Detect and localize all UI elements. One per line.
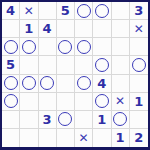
circle-mark-icon	[77, 76, 91, 90]
cell-r4c7[interactable]	[112, 56, 130, 74]
cell-r3c1[interactable]	[2, 38, 20, 56]
circle-mark-icon	[95, 4, 109, 18]
cell-r1c5[interactable]	[75, 2, 93, 20]
cell-r8c2[interactable]	[20, 129, 38, 147]
given-digit: 3	[134, 4, 143, 17]
cross-mark-icon: ✕	[24, 5, 34, 17]
cell-r5c2[interactable]	[20, 75, 38, 93]
cell-r7c5[interactable]	[75, 111, 93, 129]
cell-r3c4[interactable]	[57, 38, 75, 56]
cell-r3c7[interactable]	[112, 38, 130, 56]
cell-r1c8[interactable]: 3	[130, 2, 148, 20]
cell-r3c2[interactable]	[20, 38, 38, 56]
cell-r3c6[interactable]	[93, 38, 111, 56]
given-digit: 1	[24, 22, 33, 35]
puzzle-board: 4✕5314✕54✕131✕12	[0, 0, 150, 150]
cell-r5c7[interactable]	[112, 75, 130, 93]
cell-r2c8[interactable]: ✕	[130, 20, 148, 38]
given-digit: 2	[134, 131, 143, 144]
circle-mark-icon	[95, 58, 109, 72]
cell-r8c3[interactable]	[39, 129, 57, 147]
cell-r6c6[interactable]	[93, 93, 111, 111]
cell-r6c4[interactable]	[57, 93, 75, 111]
cell-r5c6[interactable]: 4	[93, 75, 111, 93]
cell-r4c4[interactable]	[57, 56, 75, 74]
cell-r6c7[interactable]: ✕	[112, 93, 130, 111]
cell-r8c4[interactable]	[57, 129, 75, 147]
cell-r1c2[interactable]: ✕	[20, 2, 38, 20]
given-digit: 4	[97, 77, 106, 90]
cell-r8c8[interactable]: 2	[130, 129, 148, 147]
cell-r6c2[interactable]	[20, 93, 38, 111]
cell-r6c1[interactable]	[2, 93, 20, 111]
circle-mark-icon	[40, 76, 54, 90]
cross-mark-icon: ✕	[79, 132, 89, 144]
cross-mark-icon: ✕	[115, 95, 125, 107]
circle-mark-icon	[77, 40, 91, 54]
circle-mark-icon	[58, 40, 72, 54]
cell-r7c4[interactable]	[57, 111, 75, 129]
cell-r5c4[interactable]	[57, 75, 75, 93]
given-digit: 4	[6, 4, 15, 17]
circle-mark-icon	[77, 4, 91, 18]
cell-r1c7[interactable]	[112, 2, 130, 20]
cell-r2c2[interactable]: 1	[20, 20, 38, 38]
circle-mark-icon	[4, 40, 18, 54]
cell-r4c3[interactable]	[39, 56, 57, 74]
cell-r2c1[interactable]	[2, 20, 20, 38]
circle-mark-icon	[22, 76, 36, 90]
cell-r6c8[interactable]: 1	[130, 93, 148, 111]
cell-r8c7[interactable]: 1	[112, 129, 130, 147]
cell-r6c3[interactable]	[39, 93, 57, 111]
cell-r7c8[interactable]	[130, 111, 148, 129]
circle-mark-icon	[95, 94, 109, 108]
cell-r2c4[interactable]	[57, 20, 75, 38]
cell-r4c8[interactable]	[130, 56, 148, 74]
cell-r1c1[interactable]: 4	[2, 2, 20, 20]
cell-r1c3[interactable]	[39, 2, 57, 20]
cell-r2c3[interactable]: 4	[39, 20, 57, 38]
cell-r2c6[interactable]	[93, 20, 111, 38]
circle-mark-icon	[4, 76, 18, 90]
cell-r7c3[interactable]: 3	[39, 111, 57, 129]
cell-r1c6[interactable]	[93, 2, 111, 20]
cell-r3c8[interactable]	[130, 38, 148, 56]
circle-mark-icon	[113, 112, 127, 126]
given-digit: 1	[97, 113, 106, 126]
given-digit: 1	[134, 95, 143, 108]
circle-mark-icon	[4, 94, 18, 108]
cell-r2c7[interactable]	[112, 20, 130, 38]
cell-r4c6[interactable]	[93, 56, 111, 74]
given-digit: 5	[61, 4, 70, 17]
cell-r8c5[interactable]: ✕	[75, 129, 93, 147]
given-digit: 5	[6, 58, 15, 71]
cell-r4c2[interactable]	[20, 56, 38, 74]
cell-r3c3[interactable]	[39, 38, 57, 56]
cell-r6c5[interactable]	[75, 93, 93, 111]
circle-mark-icon	[58, 112, 72, 126]
cell-r5c1[interactable]	[2, 75, 20, 93]
cell-r5c8[interactable]	[130, 75, 148, 93]
cell-r5c3[interactable]	[39, 75, 57, 93]
cell-r1c4[interactable]: 5	[57, 2, 75, 20]
circle-mark-icon	[22, 40, 36, 54]
given-digit: 3	[43, 113, 52, 126]
cell-r4c5[interactable]	[75, 56, 93, 74]
cell-r3c5[interactable]	[75, 38, 93, 56]
cell-r7c1[interactable]	[2, 111, 20, 129]
cell-r7c2[interactable]	[20, 111, 38, 129]
cell-r5c5[interactable]	[75, 75, 93, 93]
cell-r7c6[interactable]: 1	[93, 111, 111, 129]
cell-r8c6[interactable]	[93, 129, 111, 147]
circle-mark-icon	[132, 58, 146, 72]
cross-mark-icon: ✕	[134, 23, 144, 35]
cell-r8c1[interactable]	[2, 129, 20, 147]
given-digit: 4	[43, 22, 52, 35]
cell-r2c5[interactable]	[75, 20, 93, 38]
cell-r7c7[interactable]	[112, 111, 130, 129]
given-digit: 1	[116, 131, 125, 144]
cell-r4c1[interactable]: 5	[2, 56, 20, 74]
